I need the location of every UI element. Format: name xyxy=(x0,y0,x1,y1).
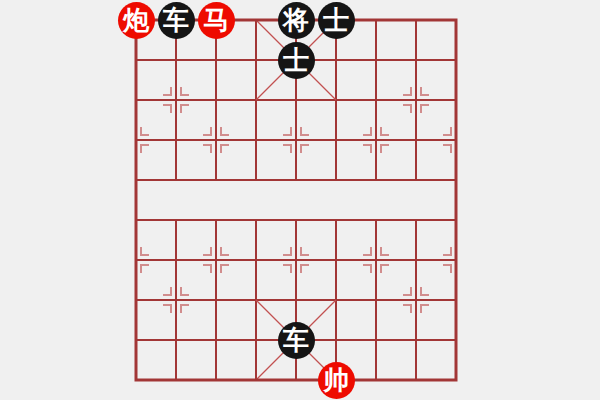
piece-red-horse[interactable]: 马 xyxy=(198,2,235,39)
piece-red-cannon[interactable]: 炮 xyxy=(118,2,155,39)
piece-black-chariot[interactable]: 车 xyxy=(158,2,195,39)
piece-black-advisor[interactable]: 士 xyxy=(318,2,355,39)
xiangqi-app-screen: 炮车马将士士车帅 xyxy=(0,0,600,400)
piece-red-general[interactable]: 帅 xyxy=(318,362,355,399)
piece-black-chariot[interactable]: 车 xyxy=(278,322,315,359)
xiangqi-board: 炮车马将士士车帅 xyxy=(116,0,476,400)
piece-black-general[interactable]: 将 xyxy=(278,2,315,39)
piece-black-advisor[interactable]: 士 xyxy=(278,42,315,79)
